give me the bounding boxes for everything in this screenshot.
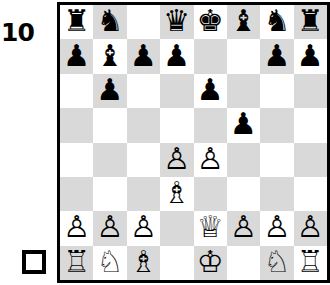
black-king-icon: ♚	[197, 6, 224, 36]
white-to-move-indicator	[22, 250, 46, 274]
square-f3	[227, 177, 260, 211]
square-h1: ♖	[294, 246, 327, 280]
square-c5	[127, 108, 160, 142]
square-c4	[127, 143, 160, 177]
square-h3	[294, 177, 327, 211]
white-pawn-icon: ♙	[230, 212, 257, 242]
square-g7: ♟	[260, 39, 293, 73]
square-f7	[227, 39, 260, 73]
black-knight-icon: ♞	[263, 6, 290, 36]
square-e3	[194, 177, 227, 211]
white-rook-icon: ♖	[63, 247, 90, 277]
square-d7: ♟	[160, 39, 193, 73]
square-g2: ♙	[260, 211, 293, 245]
square-g5	[260, 108, 293, 142]
square-e4: ♙	[194, 143, 227, 177]
black-pawn-icon: ♟	[297, 41, 324, 71]
square-c2: ♙	[127, 211, 160, 245]
square-h5	[294, 108, 327, 142]
square-g4	[260, 143, 293, 177]
white-bishop-icon: ♗	[163, 178, 190, 208]
square-g1: ♘	[260, 246, 293, 280]
square-h7: ♟	[294, 39, 327, 73]
square-e7	[194, 39, 227, 73]
square-d2	[160, 211, 193, 245]
square-a2: ♙	[60, 211, 93, 245]
square-a6	[60, 74, 93, 108]
square-b6: ♟	[93, 74, 126, 108]
square-a5	[60, 108, 93, 142]
square-g8: ♞	[260, 5, 293, 39]
diagram-number-label: 10	[1, 18, 34, 47]
black-bishop-icon: ♝	[230, 6, 257, 36]
black-rook-icon: ♜	[63, 6, 90, 36]
square-c7: ♟	[127, 39, 160, 73]
square-a1: ♖	[60, 246, 93, 280]
square-c8	[127, 5, 160, 39]
square-f5: ♟	[227, 108, 260, 142]
white-knight-icon: ♘	[97, 247, 124, 277]
square-a4	[60, 143, 93, 177]
square-d3: ♗	[160, 177, 193, 211]
white-king-icon: ♔	[197, 247, 224, 277]
square-f6	[227, 74, 260, 108]
square-a8: ♜	[60, 5, 93, 39]
black-pawn-icon: ♟	[197, 75, 224, 105]
chess-board: ♜♞♛♚♝♞♜♟♝♟♟♟♟♟♟♟♙♙♗♙♙♙♕♙♙♙♖♘♗♔♘♖	[57, 2, 330, 283]
square-b4	[93, 143, 126, 177]
square-d4: ♙	[160, 143, 193, 177]
white-pawn-icon: ♙	[163, 144, 190, 174]
white-pawn-icon: ♙	[263, 212, 290, 242]
square-f1	[227, 246, 260, 280]
black-pawn-icon: ♟	[63, 41, 90, 71]
square-b5	[93, 108, 126, 142]
white-pawn-icon: ♙	[63, 212, 90, 242]
square-e5	[194, 108, 227, 142]
square-e2: ♕	[194, 211, 227, 245]
square-f2: ♙	[227, 211, 260, 245]
square-a3	[60, 177, 93, 211]
square-c6	[127, 74, 160, 108]
black-pawn-icon: ♟	[263, 41, 290, 71]
square-b1: ♘	[93, 246, 126, 280]
white-pawn-icon: ♙	[130, 212, 157, 242]
square-d5	[160, 108, 193, 142]
square-d1	[160, 246, 193, 280]
square-g3	[260, 177, 293, 211]
black-rook-icon: ♜	[297, 6, 324, 36]
square-h4	[294, 143, 327, 177]
square-b8: ♞	[93, 5, 126, 39]
square-h2: ♙	[294, 211, 327, 245]
square-f8: ♝	[227, 5, 260, 39]
square-a7: ♟	[60, 39, 93, 73]
square-g6	[260, 74, 293, 108]
white-pawn-icon: ♙	[197, 144, 224, 174]
black-pawn-icon: ♟	[230, 109, 257, 139]
black-pawn-icon: ♟	[163, 41, 190, 71]
black-pawn-icon: ♟	[97, 75, 124, 105]
square-c1: ♗	[127, 246, 160, 280]
square-f4	[227, 143, 260, 177]
square-c3	[127, 177, 160, 211]
black-queen-icon: ♛	[163, 6, 190, 36]
white-queen-icon: ♕	[197, 212, 224, 242]
black-knight-icon: ♞	[97, 6, 124, 36]
black-pawn-icon: ♟	[130, 41, 157, 71]
black-bishop-icon: ♝	[97, 41, 124, 71]
square-b3	[93, 177, 126, 211]
square-d8: ♛	[160, 5, 193, 39]
square-e1: ♔	[194, 246, 227, 280]
square-b7: ♝	[93, 39, 126, 73]
square-d6	[160, 74, 193, 108]
square-b2: ♙	[93, 211, 126, 245]
square-e8: ♚	[194, 5, 227, 39]
square-e6: ♟	[194, 74, 227, 108]
chess-diagram-page: 10 ♜♞♛♚♝♞♜♟♝♟♟♟♟♟♟♟♙♙♗♙♙♙♕♙♙♙♖♘♗♔♘♖	[0, 0, 330, 285]
square-h6	[294, 74, 327, 108]
white-knight-icon: ♘	[263, 247, 290, 277]
square-h8: ♜	[294, 5, 327, 39]
white-pawn-icon: ♙	[297, 212, 324, 242]
white-rook-icon: ♖	[297, 247, 324, 277]
white-bishop-icon: ♗	[130, 247, 157, 277]
white-pawn-icon: ♙	[97, 212, 124, 242]
